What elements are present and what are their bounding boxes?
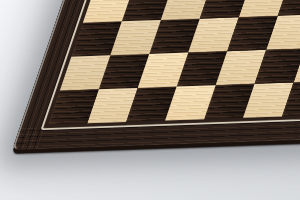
square-r4c5 <box>278 0 300 16</box>
board-grid <box>48 0 300 125</box>
photo-background <box>0 0 300 200</box>
chessboard <box>12 0 300 150</box>
